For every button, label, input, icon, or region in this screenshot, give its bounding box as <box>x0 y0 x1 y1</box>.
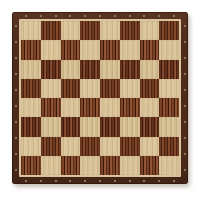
square-f3[interactable] <box>120 117 140 136</box>
square-h8[interactable] <box>159 21 179 40</box>
square-d5[interactable] <box>80 79 100 98</box>
square-f4[interactable] <box>120 98 140 117</box>
square-d2[interactable] <box>80 137 100 156</box>
square-b1[interactable] <box>41 156 61 175</box>
border-stud <box>184 105 186 107</box>
square-h6[interactable] <box>159 60 179 79</box>
square-e4[interactable] <box>100 98 120 117</box>
square-c2[interactable] <box>61 137 81 156</box>
border-stud <box>99 180 101 182</box>
border-stud <box>25 15 27 17</box>
board-grid <box>21 21 179 175</box>
photo-background <box>0 0 200 200</box>
square-d3[interactable] <box>80 117 100 136</box>
square-e3[interactable] <box>100 117 120 136</box>
square-g6[interactable] <box>140 60 160 79</box>
square-a6[interactable] <box>21 60 41 79</box>
border-stud <box>40 180 42 182</box>
border-stud <box>129 15 131 17</box>
border-stud <box>25 180 27 182</box>
square-b5[interactable] <box>41 79 61 98</box>
square-f6[interactable] <box>120 60 140 79</box>
square-g1[interactable] <box>140 156 160 175</box>
square-h2[interactable] <box>159 137 179 156</box>
border-stud <box>173 15 175 17</box>
border-stud <box>15 121 17 123</box>
border-stud <box>84 180 86 182</box>
border-stud <box>184 57 186 59</box>
border-stud <box>55 180 57 182</box>
square-d6[interactable] <box>80 60 100 79</box>
square-h3[interactable] <box>159 117 179 136</box>
border-stud <box>129 180 131 182</box>
square-a8[interactable] <box>21 21 41 40</box>
border-studs-left <box>14 25 17 171</box>
square-a5[interactable] <box>21 79 41 98</box>
square-e6[interactable] <box>100 60 120 79</box>
border-stud <box>158 15 160 17</box>
border-stud <box>15 137 17 139</box>
square-c8[interactable] <box>61 21 81 40</box>
square-d4[interactable] <box>80 98 100 117</box>
square-a1[interactable] <box>21 156 41 175</box>
border-stud <box>15 89 17 91</box>
border-stud <box>184 73 186 75</box>
square-h7[interactable] <box>159 40 179 59</box>
square-e5[interactable] <box>100 79 120 98</box>
border-stud <box>15 169 17 171</box>
border-stud <box>114 180 116 182</box>
square-d7[interactable] <box>80 40 100 59</box>
square-e2[interactable] <box>100 137 120 156</box>
square-f2[interactable] <box>120 137 140 156</box>
square-f5[interactable] <box>120 79 140 98</box>
border-stud <box>69 180 71 182</box>
square-h4[interactable] <box>159 98 179 117</box>
square-a7[interactable] <box>21 40 41 59</box>
square-a4[interactable] <box>21 98 41 117</box>
border-stud <box>184 41 186 43</box>
border-stud <box>173 180 175 182</box>
border-stud <box>158 180 160 182</box>
square-g8[interactable] <box>140 21 160 40</box>
square-d1[interactable] <box>80 156 100 175</box>
square-b3[interactable] <box>41 117 61 136</box>
square-c7[interactable] <box>61 40 81 59</box>
square-h1[interactable] <box>159 156 179 175</box>
square-c3[interactable] <box>61 117 81 136</box>
board-inner-frame <box>19 19 181 177</box>
border-stud <box>84 15 86 17</box>
border-stud <box>184 121 186 123</box>
square-d8[interactable] <box>80 21 100 40</box>
border-stud <box>184 25 186 27</box>
border-stud <box>69 15 71 17</box>
border-stud <box>55 15 57 17</box>
square-e1[interactable] <box>100 156 120 175</box>
border-stud <box>15 41 17 43</box>
border-stud <box>15 57 17 59</box>
border-stud <box>99 15 101 17</box>
border-stud <box>184 169 186 171</box>
border-stud <box>114 15 116 17</box>
square-h5[interactable] <box>159 79 179 98</box>
square-g2[interactable] <box>140 137 160 156</box>
square-c4[interactable] <box>61 98 81 117</box>
square-b2[interactable] <box>41 137 61 156</box>
border-stud <box>143 180 145 182</box>
border-stud <box>143 15 145 17</box>
border-studs-bottom <box>25 179 175 182</box>
border-stud <box>184 153 186 155</box>
chessboard <box>12 12 188 184</box>
border-stud <box>15 153 17 155</box>
border-studs-right <box>183 25 186 171</box>
square-g5[interactable] <box>140 79 160 98</box>
border-stud <box>40 15 42 17</box>
square-c5[interactable] <box>61 79 81 98</box>
square-g3[interactable] <box>140 117 160 136</box>
square-e7[interactable] <box>100 40 120 59</box>
border-stud <box>15 25 17 27</box>
border-stud <box>15 105 17 107</box>
square-b7[interactable] <box>41 40 61 59</box>
square-g4[interactable] <box>140 98 160 117</box>
square-b4[interactable] <box>41 98 61 117</box>
border-stud <box>184 89 186 91</box>
border-stud <box>184 137 186 139</box>
square-c1[interactable] <box>61 156 81 175</box>
square-f1[interactable] <box>120 156 140 175</box>
square-a3[interactable] <box>21 117 41 136</box>
square-e8[interactable] <box>100 21 120 40</box>
square-b8[interactable] <box>41 21 61 40</box>
square-f7[interactable] <box>120 40 140 59</box>
square-f8[interactable] <box>120 21 140 40</box>
square-g7[interactable] <box>140 40 160 59</box>
border-studs-top <box>25 14 175 17</box>
square-a2[interactable] <box>21 137 41 156</box>
border-stud <box>15 73 17 75</box>
square-b6[interactable] <box>41 60 61 79</box>
square-c6[interactable] <box>61 60 81 79</box>
